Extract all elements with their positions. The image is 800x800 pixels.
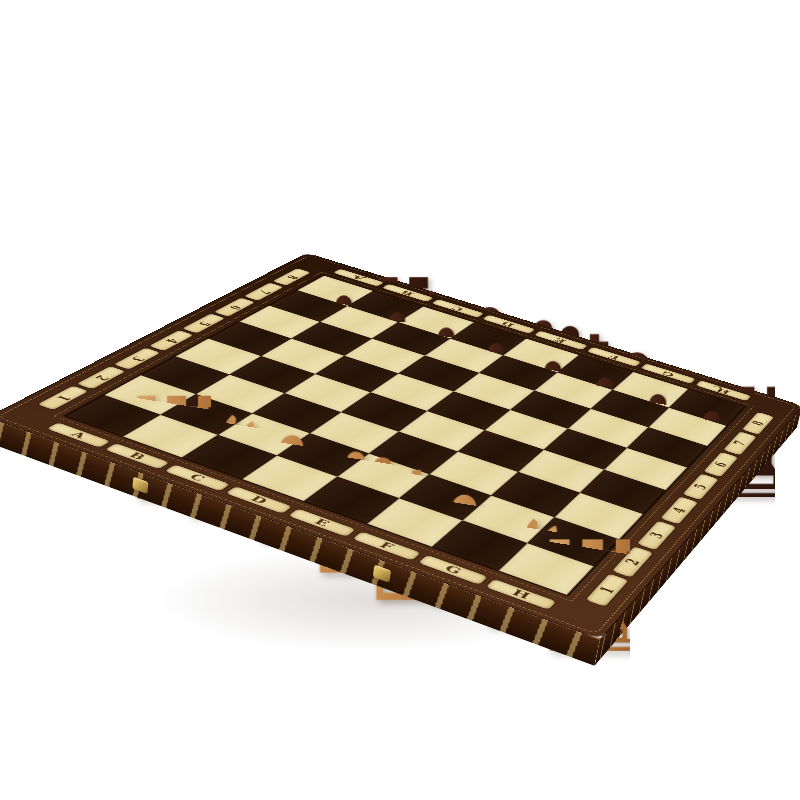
chessboard: ABCDEFGH ABCDEFGH 87654321 87654321 ♜♞♝♛… bbox=[0, 253, 800, 639]
brass-clasp[interactable] bbox=[373, 565, 391, 583]
chess-set-photo: ABCDEFGH ABCDEFGH 87654321 87654321 ♜♞♝♛… bbox=[77, 61, 777, 761]
brass-clasp[interactable] bbox=[132, 477, 148, 494]
